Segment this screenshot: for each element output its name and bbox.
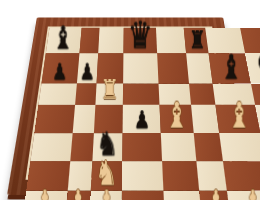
black-pawn-d5: ♟ xyxy=(134,110,150,131)
square-e4 xyxy=(161,133,196,161)
square-a8: ♝ xyxy=(46,28,82,53)
black-queen-d8: ♛ xyxy=(128,19,153,51)
board-frame: ♝♛♜♟♟♝♚♜♟♝♝♞♞♟♟♟♟♟♟♛♚ xyxy=(7,17,253,194)
white-bishop-g5: ♝ xyxy=(228,100,252,131)
square-b8 xyxy=(79,28,100,53)
black-rook-f8: ♜ xyxy=(189,30,206,51)
white-pawn-b2: ♟ xyxy=(69,190,87,200)
square-b7: ♟ xyxy=(77,53,99,84)
square-e8 xyxy=(156,28,186,53)
white-pawn-c2: ♟ xyxy=(97,190,115,200)
black-bishop-g7: ♝ xyxy=(221,53,243,81)
square-b6 xyxy=(75,84,97,105)
square-f8: ♜ xyxy=(183,28,208,53)
white-pawn-f2: ♟ xyxy=(206,190,224,200)
black-king-h7: ♚ xyxy=(256,45,260,82)
square-d3 xyxy=(122,161,163,191)
square-a2: ♟ xyxy=(23,191,68,200)
square-f6 xyxy=(189,84,216,105)
white-rook-c6: ♜ xyxy=(101,79,119,102)
square-f2: ♟ xyxy=(199,191,230,200)
white-bishop-e5: ♝ xyxy=(165,100,189,131)
square-b4 xyxy=(70,133,94,161)
square-d2 xyxy=(122,191,165,200)
square-b5 xyxy=(72,105,95,133)
black-pawn-b7: ♟ xyxy=(80,62,95,81)
square-d6 xyxy=(123,84,159,105)
square-a6 xyxy=(38,84,76,105)
square-e5: ♝ xyxy=(160,105,194,133)
square-f5 xyxy=(191,105,219,133)
chess-board-photo: ♝♛♜♟♟♝♚♜♟♝♝♞♞♟♟♟♟♟♟♛♚ xyxy=(0,0,260,200)
white-pawn-a2: ♟ xyxy=(35,190,53,200)
black-pawn-a7: ♟ xyxy=(52,62,67,81)
square-c6: ♜ xyxy=(96,84,124,105)
white-knight-c3: ♞ xyxy=(96,158,119,187)
square-g7: ♝ xyxy=(209,53,252,84)
square-b2: ♟ xyxy=(65,191,91,200)
black-bishop-a8: ♝ xyxy=(52,24,73,51)
square-a4 xyxy=(30,133,72,161)
white-pawn-g2: ♟ xyxy=(244,190,260,200)
square-e3 xyxy=(162,161,199,191)
square-c8 xyxy=(99,28,124,53)
square-g2: ♟ xyxy=(227,191,260,200)
square-e2 xyxy=(164,191,202,200)
square-g5: ♝ xyxy=(215,105,260,133)
square-d5: ♟ xyxy=(123,105,161,133)
square-d4 xyxy=(123,133,163,161)
square-a5 xyxy=(34,105,75,133)
square-f4 xyxy=(193,133,222,161)
square-e7 xyxy=(157,53,188,84)
square-d8: ♛ xyxy=(124,28,158,53)
square-d7 xyxy=(123,53,158,84)
square-c2: ♟ xyxy=(90,191,122,200)
chess-board: ♝♛♜♟♟♝♚♜♟♝♝♞♞♟♟♟♟♟♟♛♚ xyxy=(25,27,234,180)
square-a7: ♟ xyxy=(41,53,79,84)
square-g4 xyxy=(219,133,260,161)
